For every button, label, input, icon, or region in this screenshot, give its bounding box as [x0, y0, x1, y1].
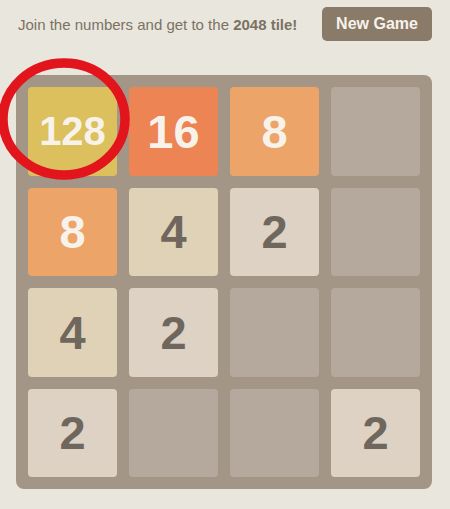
tile-2-r2c3: 2 [230, 188, 319, 277]
game-board: 1281688424222 [16, 75, 432, 489]
empty-cell-r3c4 [331, 288, 420, 377]
tagline-text: Join the numbers and get to the [18, 16, 233, 33]
tile-8-r1c3: 8 [230, 87, 319, 176]
empty-cell-r2c4 [331, 188, 420, 277]
2048-app: Join the numbers and get to the 2048 til… [0, 0, 450, 509]
tile-2-r3c2: 2 [129, 288, 218, 377]
tagline-goal-text: 2048 tile! [233, 16, 297, 33]
tile-2-r4c1: 2 [28, 389, 117, 478]
empty-cell-r3c3 [230, 288, 319, 377]
empty-cell-r4c2 [129, 389, 218, 478]
empty-cell-r1c4 [331, 87, 420, 176]
tile-128-r1c1: 128 [28, 87, 117, 176]
empty-cell-r4c3 [230, 389, 319, 478]
tile-2-r4c4: 2 [331, 389, 420, 478]
tile-8-r2c1: 8 [28, 188, 117, 277]
tagline: Join the numbers and get to the 2048 til… [18, 16, 297, 33]
new-game-button[interactable]: New Game [322, 7, 432, 41]
tile-16-r1c2: 16 [129, 87, 218, 176]
tile-4-r3c1: 4 [28, 288, 117, 377]
tile-4-r2c2: 4 [129, 188, 218, 277]
